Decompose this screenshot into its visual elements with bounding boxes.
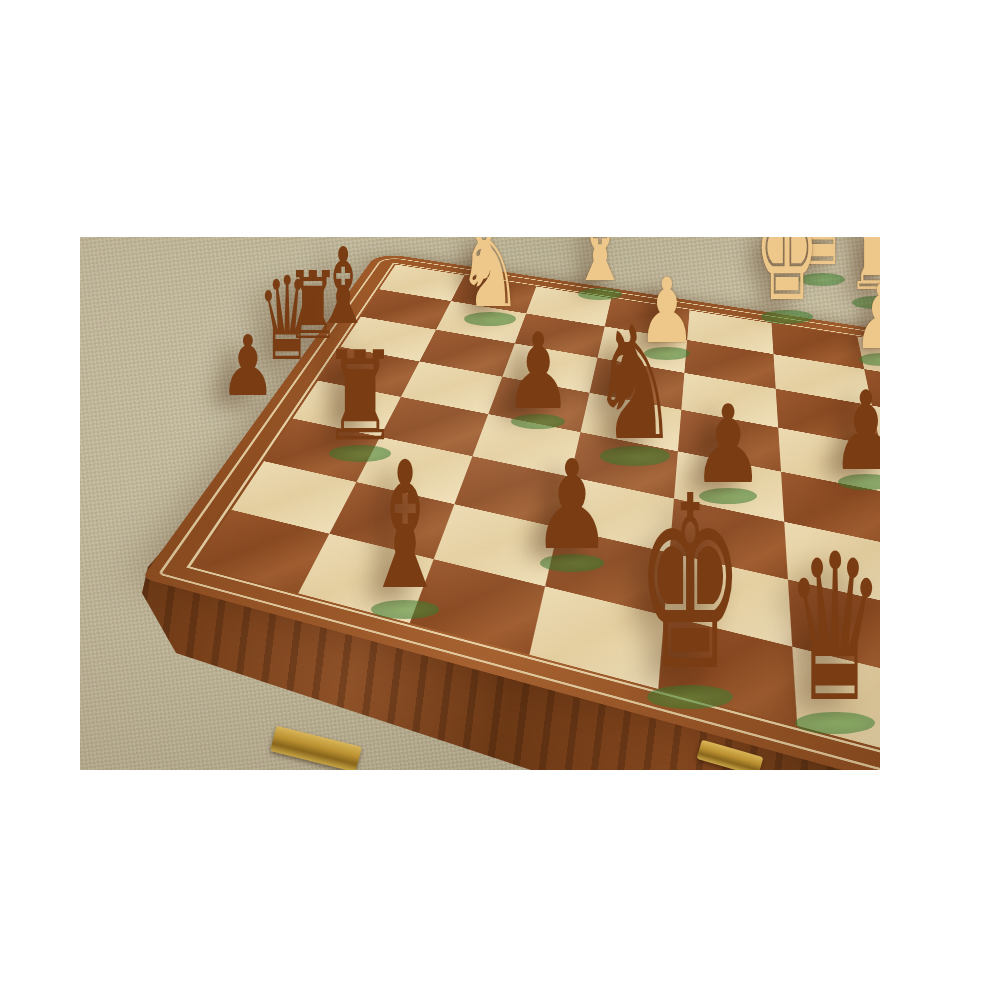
square-a2 xyxy=(231,461,356,534)
black-rook-beside-board: ♜ xyxy=(286,259,340,352)
square-c5 xyxy=(488,377,589,432)
brass-clasp xyxy=(270,726,362,770)
square-c4 xyxy=(472,414,580,477)
square-d4 xyxy=(570,432,678,498)
square-f3 xyxy=(784,522,880,608)
chess-set-photo: ♝♛♜♞♟♚♟♟♟♜♞♟♟♝♚♛♟♛♜♝ xyxy=(80,237,880,770)
square-b7 xyxy=(436,301,526,343)
felt-base xyxy=(600,446,671,466)
square-f5 xyxy=(778,428,880,493)
black-queen-beside-board: ♛ xyxy=(257,263,316,379)
square-f1 xyxy=(792,647,880,766)
white-rook-g8: ♜ xyxy=(846,237,880,305)
chess-board xyxy=(142,252,880,770)
black-pawn-c2: ♟ xyxy=(533,445,612,568)
photo-vignette xyxy=(80,237,880,770)
square-d5 xyxy=(580,393,681,452)
felt-base xyxy=(511,414,565,429)
square-f4 xyxy=(781,472,880,547)
square-c8 xyxy=(526,286,611,326)
felt-base xyxy=(578,288,623,300)
white-knight-b7: ♞ xyxy=(458,237,523,322)
felt-base xyxy=(699,488,757,504)
white-pawn-e7: ♟ xyxy=(638,266,695,356)
felt-base xyxy=(647,685,733,709)
white-bishop-c8: ♝ xyxy=(572,237,628,296)
square-f6 xyxy=(776,389,880,447)
square-e1 xyxy=(658,615,797,725)
square-g6 xyxy=(872,406,880,467)
square-e3 xyxy=(670,499,788,580)
felt-base xyxy=(795,712,874,734)
square-g8 xyxy=(857,337,880,385)
square-a7 xyxy=(361,289,451,329)
square-b1 xyxy=(298,534,434,623)
board-side-edge xyxy=(80,237,880,770)
felt-base xyxy=(464,312,516,326)
felt-base xyxy=(540,554,603,572)
square-a6 xyxy=(341,317,436,362)
square-e4 xyxy=(674,451,784,521)
felt-base xyxy=(799,273,845,286)
black-pawn-beside-board: ♟ xyxy=(220,324,276,408)
white-pawn-g7: ♟ xyxy=(853,272,880,362)
black-rook-a4: ♜ xyxy=(322,335,398,458)
black-bishop-beside-board: ♝ xyxy=(315,237,371,340)
border-inlay-inner xyxy=(186,263,880,770)
square-e2 xyxy=(664,553,792,647)
felt-base xyxy=(329,445,390,462)
black-pawn-d4: ♟ xyxy=(692,392,764,500)
square-d1 xyxy=(529,586,664,689)
square-c2 xyxy=(434,504,559,586)
square-a1 xyxy=(194,510,329,594)
square-a5 xyxy=(318,347,419,397)
border-inlay-outer xyxy=(158,256,880,770)
felt-base xyxy=(859,353,880,366)
square-a4 xyxy=(293,381,401,437)
black-bishop-b1: ♝ xyxy=(362,439,447,615)
square-b4 xyxy=(380,397,488,456)
square-c3 xyxy=(454,456,570,527)
square-c7 xyxy=(515,313,605,357)
white-queen-f8: ♛ xyxy=(793,237,850,282)
black-queen-e1: ♛ xyxy=(786,527,880,731)
square-b2 xyxy=(329,482,454,559)
square-e6 xyxy=(681,373,778,428)
black-king-d1: ♚ xyxy=(636,465,744,705)
square-a3 xyxy=(264,418,380,482)
square-f2 xyxy=(788,580,880,681)
white-king-f7: ♚ xyxy=(755,237,820,320)
square-b8 xyxy=(451,275,536,313)
square-e7 xyxy=(684,340,775,389)
square-b3 xyxy=(356,437,472,504)
black-pawn-b5: ♟ xyxy=(504,320,571,425)
square-e8 xyxy=(687,310,773,354)
square-e5 xyxy=(678,410,781,472)
square-b5 xyxy=(401,361,502,414)
square-f7 xyxy=(773,354,871,405)
screenshot: ♝♛♜♞♟♚♟♟♟♜♞♟♟♝♚♛♟♛♜♝ xyxy=(0,0,1000,1000)
square-d8 xyxy=(605,298,690,340)
felt-base xyxy=(644,347,690,360)
black-knight-c4: ♞ xyxy=(591,305,679,462)
square-b6 xyxy=(419,330,514,377)
felt-base xyxy=(371,600,439,619)
felt-base xyxy=(838,474,880,490)
square-d3 xyxy=(559,477,674,553)
square-c6 xyxy=(502,343,597,392)
square-d2 xyxy=(545,528,669,616)
square-d7 xyxy=(598,326,688,372)
square-d6 xyxy=(590,358,685,410)
board-squares xyxy=(194,264,880,770)
black-pawn-h5: ♟ xyxy=(831,377,880,486)
felt-base xyxy=(852,296,880,309)
square-a8 xyxy=(379,264,464,301)
square-g7 xyxy=(864,369,880,423)
square-c1 xyxy=(410,559,545,655)
brass-clasp xyxy=(696,740,763,770)
square-f8 xyxy=(772,323,865,369)
felt-base xyxy=(761,310,813,324)
